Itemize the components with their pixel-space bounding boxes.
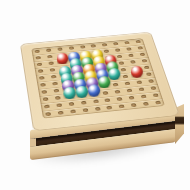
board-cell xyxy=(42,110,56,119)
peg-hole xyxy=(105,98,111,102)
peg-hole xyxy=(139,53,145,56)
peg-hole xyxy=(69,102,75,106)
peg-hole xyxy=(113,83,119,87)
peg-hole xyxy=(107,106,113,110)
board-cell xyxy=(137,92,151,100)
peg-hole xyxy=(143,102,149,106)
peg-hole xyxy=(141,95,147,99)
peg-hole xyxy=(119,104,125,108)
peg-hole xyxy=(36,56,41,59)
peg-hole xyxy=(49,62,54,65)
board-cell xyxy=(132,78,146,86)
peg-hole xyxy=(146,73,152,77)
peg-hole xyxy=(95,107,101,111)
peg-hole xyxy=(152,93,158,97)
peg-hole xyxy=(129,96,135,100)
peg-hole xyxy=(51,75,57,79)
peg-hole xyxy=(80,45,85,48)
peg-hole xyxy=(39,76,45,80)
peg-hole xyxy=(81,101,87,105)
peg-hole xyxy=(82,108,88,112)
peg-hole xyxy=(47,55,52,58)
peg-hole xyxy=(121,68,127,72)
peg-hole xyxy=(138,88,144,92)
peg-hole xyxy=(137,46,143,49)
peg-hole xyxy=(102,43,107,46)
board-cell xyxy=(109,81,123,89)
marble-teal[interactable] xyxy=(64,86,76,98)
marble-red[interactable] xyxy=(57,52,69,64)
peg-hole xyxy=(69,46,74,49)
peg-hole xyxy=(143,66,149,70)
peg-hole xyxy=(35,50,40,53)
peg-hole xyxy=(127,89,133,93)
peg-hole xyxy=(70,110,76,114)
peg-hole xyxy=(50,68,56,72)
peg-hole xyxy=(54,89,60,93)
peg-hole xyxy=(91,44,96,47)
peg-hole xyxy=(131,103,137,107)
peg-hole xyxy=(46,112,52,116)
peg-hole xyxy=(103,91,109,95)
board-cell xyxy=(151,98,165,107)
peg-hole xyxy=(141,59,147,62)
marble-green[interactable] xyxy=(98,76,110,88)
peg-hole xyxy=(57,103,63,107)
board-cell xyxy=(37,81,50,89)
peg-hole xyxy=(148,79,154,83)
game-board-top xyxy=(20,32,180,132)
peg-hole xyxy=(117,55,123,58)
peg-hole xyxy=(58,111,64,115)
board-cell xyxy=(148,91,162,99)
peg-hole xyxy=(44,105,50,109)
peg-hole xyxy=(46,49,51,52)
peg-hole xyxy=(115,90,121,94)
peg-hole xyxy=(155,101,161,105)
peg-hole xyxy=(117,97,123,101)
marble-red[interactable] xyxy=(131,66,143,78)
peg-hole xyxy=(104,50,110,53)
peg-hole xyxy=(42,90,48,94)
peg-hole xyxy=(124,41,130,44)
peg-hole xyxy=(136,81,142,85)
peg-hole xyxy=(55,96,61,100)
marble-teal[interactable] xyxy=(108,68,120,80)
peg-hole xyxy=(93,100,99,104)
peg-hole xyxy=(38,69,43,73)
peg-hole xyxy=(43,97,49,101)
peg-hole xyxy=(128,54,134,57)
peg-hole xyxy=(113,42,119,45)
peg-hole xyxy=(125,82,131,86)
peg-hole xyxy=(119,61,125,64)
board-cell xyxy=(87,90,101,98)
peg-hole xyxy=(57,48,62,51)
peg-hole xyxy=(37,63,42,66)
board-cell xyxy=(111,88,125,96)
marble-teal[interactable] xyxy=(76,85,88,97)
peg-hole-grid xyxy=(31,38,165,118)
product-photo-scene xyxy=(0,0,190,190)
marble-blue[interactable] xyxy=(88,84,100,96)
board-cell xyxy=(91,105,105,114)
peg-hole xyxy=(123,75,129,79)
peg-hole xyxy=(52,82,58,86)
peg-hole xyxy=(135,40,141,43)
peg-hole xyxy=(115,49,121,52)
board-cell xyxy=(124,52,137,60)
peg-hole xyxy=(41,83,47,87)
peg-hole xyxy=(150,86,156,90)
peg-hole xyxy=(130,60,136,63)
peg-hole xyxy=(126,47,132,50)
